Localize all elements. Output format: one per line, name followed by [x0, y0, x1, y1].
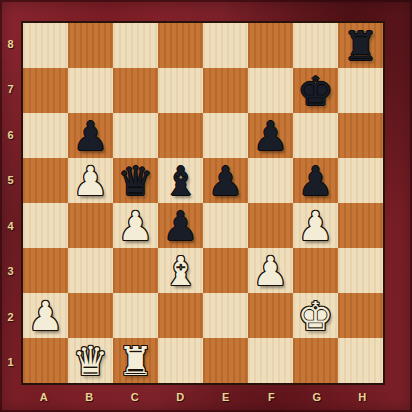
piece-white-pawn-c4[interactable]: ♟	[113, 203, 158, 248]
square-a3[interactable]	[23, 248, 68, 293]
piece-white-pawn-g4[interactable]: ♟	[293, 203, 338, 248]
square-e8[interactable]	[203, 23, 248, 68]
square-h6[interactable]	[338, 113, 383, 158]
rank-label-7: 7	[0, 67, 21, 113]
square-c5[interactable]: ♛	[113, 158, 158, 203]
square-d7[interactable]	[158, 68, 203, 113]
square-h8[interactable]: ♜	[338, 23, 383, 68]
square-b3[interactable]	[68, 248, 113, 293]
rank-label-5: 5	[0, 158, 21, 204]
square-g3[interactable]	[293, 248, 338, 293]
file-label-e: E	[203, 385, 249, 409]
square-f1[interactable]	[248, 338, 293, 383]
square-b7[interactable]	[68, 68, 113, 113]
piece-white-bishop-d3[interactable]: ♝	[158, 248, 203, 293]
square-f8[interactable]	[248, 23, 293, 68]
piece-white-king-g2[interactable]: ♚	[293, 293, 338, 338]
square-c2[interactable]	[113, 293, 158, 338]
square-b5[interactable]: ♟	[68, 158, 113, 203]
square-d5[interactable]: ♝	[158, 158, 203, 203]
piece-white-pawn-a2[interactable]: ♟	[23, 293, 68, 338]
square-f2[interactable]	[248, 293, 293, 338]
square-g4[interactable]: ♟	[293, 203, 338, 248]
square-a8[interactable]	[23, 23, 68, 68]
chess-diagram: 87654321 ♜♚♟♟♟♛♝♟♟♟♟♟♝♟♟♚♛♜ ABCDEFGH	[0, 0, 412, 412]
square-f3[interactable]: ♟	[248, 248, 293, 293]
piece-white-pawn-f3[interactable]: ♟	[248, 248, 293, 293]
piece-black-queen-c5[interactable]: ♛	[113, 158, 158, 203]
square-d1[interactable]	[158, 338, 203, 383]
square-c7[interactable]	[113, 68, 158, 113]
square-g6[interactable]	[293, 113, 338, 158]
rank-label-2: 2	[0, 294, 21, 340]
square-a2[interactable]: ♟	[23, 293, 68, 338]
square-e6[interactable]	[203, 113, 248, 158]
file-labels: ABCDEFGH	[21, 385, 385, 409]
square-g1[interactable]	[293, 338, 338, 383]
rank-label-6: 6	[0, 112, 21, 158]
piece-black-pawn-g5[interactable]: ♟	[293, 158, 338, 203]
file-label-c: C	[112, 385, 158, 409]
square-f7[interactable]	[248, 68, 293, 113]
square-e7[interactable]	[203, 68, 248, 113]
square-h3[interactable]	[338, 248, 383, 293]
square-b2[interactable]	[68, 293, 113, 338]
square-c3[interactable]	[113, 248, 158, 293]
square-c4[interactable]: ♟	[113, 203, 158, 248]
square-f5[interactable]	[248, 158, 293, 203]
square-b6[interactable]: ♟	[68, 113, 113, 158]
file-label-f: F	[249, 385, 295, 409]
square-g8[interactable]	[293, 23, 338, 68]
square-a5[interactable]	[23, 158, 68, 203]
square-a4[interactable]	[23, 203, 68, 248]
rank-label-3: 3	[0, 249, 21, 295]
square-b4[interactable]	[68, 203, 113, 248]
file-label-h: H	[340, 385, 386, 409]
square-d2[interactable]	[158, 293, 203, 338]
square-h7[interactable]	[338, 68, 383, 113]
file-label-b: B	[67, 385, 113, 409]
square-e4[interactable]	[203, 203, 248, 248]
square-g5[interactable]: ♟	[293, 158, 338, 203]
square-c8[interactable]	[113, 23, 158, 68]
square-e1[interactable]	[203, 338, 248, 383]
piece-white-rook-c1[interactable]: ♜	[113, 338, 158, 383]
square-b1[interactable]: ♛	[68, 338, 113, 383]
square-h5[interactable]	[338, 158, 383, 203]
square-c6[interactable]	[113, 113, 158, 158]
board: ♜♚♟♟♟♛♝♟♟♟♟♟♝♟♟♚♛♜	[21, 21, 385, 385]
square-d8[interactable]	[158, 23, 203, 68]
square-b8[interactable]	[68, 23, 113, 68]
square-c1[interactable]: ♜	[113, 338, 158, 383]
square-d6[interactable]	[158, 113, 203, 158]
rank-label-8: 8	[0, 21, 21, 67]
file-label-g: G	[294, 385, 340, 409]
file-label-d: D	[158, 385, 204, 409]
piece-black-pawn-b6[interactable]: ♟	[68, 113, 113, 158]
piece-white-queen-b1[interactable]: ♛	[68, 338, 113, 383]
square-d4[interactable]: ♟	[158, 203, 203, 248]
square-h2[interactable]	[338, 293, 383, 338]
piece-black-pawn-d4[interactable]: ♟	[158, 203, 203, 248]
rank-labels: 87654321	[0, 21, 21, 385]
square-a7[interactable]	[23, 68, 68, 113]
piece-black-rook-h8[interactable]: ♜	[338, 23, 383, 68]
square-a6[interactable]	[23, 113, 68, 158]
piece-black-king-g7[interactable]: ♚	[293, 68, 338, 113]
square-e2[interactable]	[203, 293, 248, 338]
square-e5[interactable]: ♟	[203, 158, 248, 203]
piece-black-pawn-e5[interactable]: ♟	[203, 158, 248, 203]
piece-white-pawn-b5[interactable]: ♟	[68, 158, 113, 203]
rank-label-1: 1	[0, 340, 21, 386]
square-g2[interactable]: ♚	[293, 293, 338, 338]
square-d3[interactable]: ♝	[158, 248, 203, 293]
square-e3[interactable]	[203, 248, 248, 293]
piece-black-bishop-d5[interactable]: ♝	[158, 158, 203, 203]
rank-label-4: 4	[0, 203, 21, 249]
piece-black-pawn-f6[interactable]: ♟	[248, 113, 293, 158]
square-f6[interactable]: ♟	[248, 113, 293, 158]
file-label-a: A	[21, 385, 67, 409]
square-g7[interactable]: ♚	[293, 68, 338, 113]
square-f4[interactable]	[248, 203, 293, 248]
square-h4[interactable]	[338, 203, 383, 248]
square-a1[interactable]	[23, 338, 68, 383]
square-h1[interactable]	[338, 338, 383, 383]
